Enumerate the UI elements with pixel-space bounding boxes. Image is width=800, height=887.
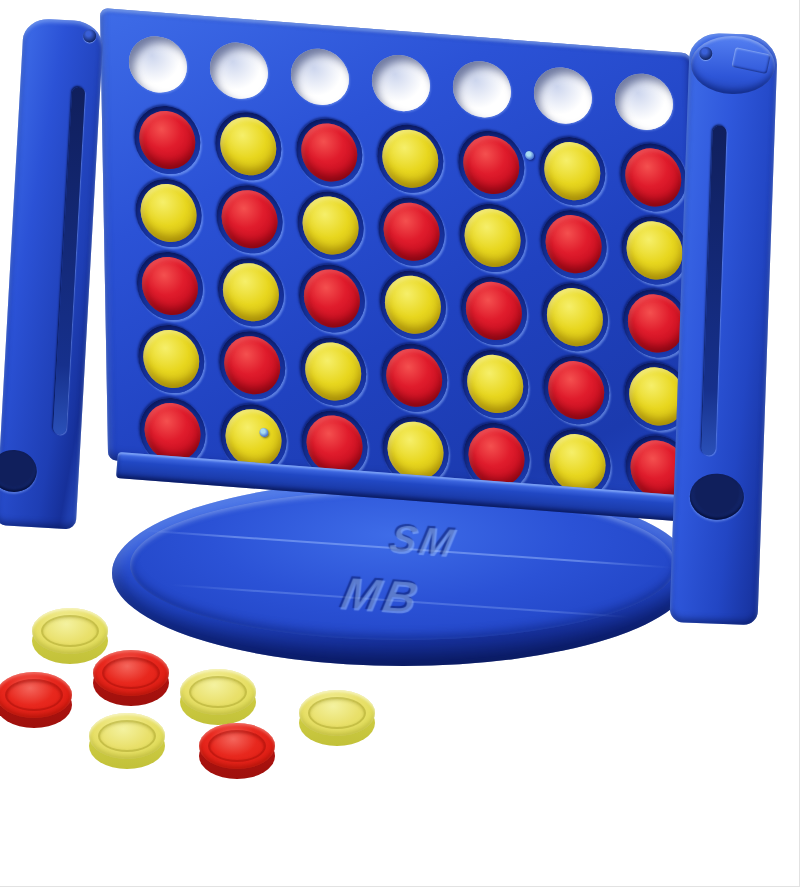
loose-disc-layer: [0, 0, 800, 887]
loose-yellow-disc: [89, 713, 165, 771]
disc-face: [32, 608, 108, 654]
loose-yellow-disc: [180, 669, 256, 727]
disc-face: [89, 713, 165, 759]
disc-face: [93, 650, 169, 696]
loose-yellow-disc: [299, 690, 375, 748]
loose-red-disc: [199, 723, 275, 781]
product-photo-stage: SM MB: [0, 0, 800, 887]
loose-red-disc: [93, 650, 169, 708]
disc-face: [299, 690, 375, 736]
disc-face: [180, 669, 256, 715]
loose-red-disc: [0, 672, 72, 730]
disc-face: [199, 723, 275, 769]
